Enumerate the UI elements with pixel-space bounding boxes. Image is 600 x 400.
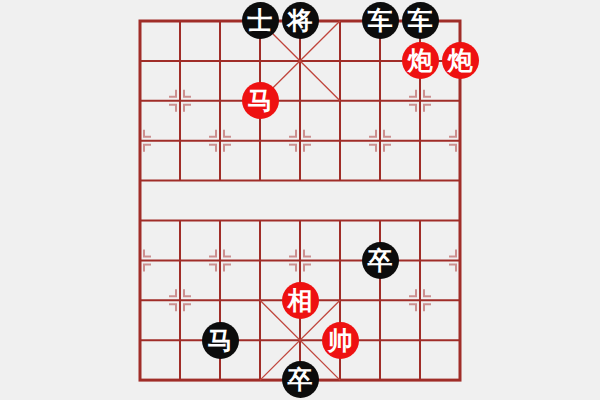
piece-black-chariot-1[interactable]: 车 [362,2,399,39]
piece-red-general[interactable]: 帅 [322,322,359,359]
piece-black-soldier-1[interactable]: 卒 [362,242,399,279]
pieces-layer: 士将车车炮炮马卒相马帅卒 [120,1,480,400]
piece-black-advisor[interactable]: 士 [242,2,279,39]
piece-black-chariot-2[interactable]: 车 [402,2,439,39]
piece-black-soldier-2[interactable]: 卒 [282,361,319,398]
piece-red-horse[interactable]: 马 [242,82,279,119]
piece-red-cannon-2[interactable]: 炮 [442,42,479,79]
piece-black-horse[interactable]: 马 [202,322,239,359]
xiangqi-app: 士将车车炮炮马卒相马帅卒 [0,0,600,400]
piece-red-elephant[interactable]: 相 [282,282,319,319]
piece-red-cannon-1[interactable]: 炮 [402,42,439,79]
piece-black-general[interactable]: 将 [282,2,319,39]
